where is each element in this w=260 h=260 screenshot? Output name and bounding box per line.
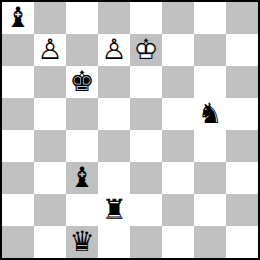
square-b6[interactable]	[34, 66, 66, 98]
square-e1[interactable]	[130, 226, 162, 258]
square-b8[interactable]	[34, 2, 66, 34]
square-f8[interactable]	[162, 2, 194, 34]
square-h6[interactable]	[226, 66, 258, 98]
square-a8[interactable]: ♝	[2, 2, 34, 34]
square-c3[interactable]: ♝	[66, 162, 98, 194]
square-c7[interactable]	[66, 34, 98, 66]
piece-black-king-icon[interactable]: ♚	[66, 66, 98, 98]
piece-black-knight-icon[interactable]: ♞	[194, 98, 226, 130]
square-h2[interactable]	[226, 194, 258, 226]
square-d5[interactable]	[98, 98, 130, 130]
square-b1[interactable]	[34, 226, 66, 258]
square-a7[interactable]	[2, 34, 34, 66]
square-h3[interactable]	[226, 162, 258, 194]
white-piece-outline-layer: ♙	[98, 34, 130, 66]
square-d7[interactable]: ♟♙	[98, 34, 130, 66]
square-g4[interactable]	[194, 130, 226, 162]
piece-black-bishop-icon[interactable]: ♝	[2, 2, 34, 34]
white-piece-outline-layer: ♙	[34, 34, 66, 66]
square-d1[interactable]	[98, 226, 130, 258]
piece-white-king-icon[interactable]: ♚♔	[130, 34, 162, 66]
piece-black-queen-icon[interactable]: ♛	[66, 226, 98, 258]
piece-white-pawn-icon[interactable]: ♟♙	[98, 34, 130, 66]
square-g2[interactable]	[194, 194, 226, 226]
square-f3[interactable]	[162, 162, 194, 194]
square-h7[interactable]	[226, 34, 258, 66]
square-g8[interactable]	[194, 2, 226, 34]
square-e3[interactable]	[130, 162, 162, 194]
square-h5[interactable]	[226, 98, 258, 130]
square-c2[interactable]	[66, 194, 98, 226]
square-e4[interactable]	[130, 130, 162, 162]
square-e8[interactable]	[130, 2, 162, 34]
square-f6[interactable]	[162, 66, 194, 98]
square-f7[interactable]	[162, 34, 194, 66]
square-c4[interactable]	[66, 130, 98, 162]
square-c5[interactable]	[66, 98, 98, 130]
square-a3[interactable]	[2, 162, 34, 194]
square-d3[interactable]	[98, 162, 130, 194]
square-e7[interactable]: ♚♔	[130, 34, 162, 66]
piece-white-pawn-icon[interactable]: ♟♙	[34, 34, 66, 66]
square-b3[interactable]	[34, 162, 66, 194]
square-d6[interactable]	[98, 66, 130, 98]
white-piece-outline-layer: ♔	[130, 34, 162, 66]
square-g1[interactable]	[194, 226, 226, 258]
square-d8[interactable]	[98, 2, 130, 34]
square-e5[interactable]	[130, 98, 162, 130]
square-g5[interactable]: ♞	[194, 98, 226, 130]
square-d4[interactable]	[98, 130, 130, 162]
square-a6[interactable]	[2, 66, 34, 98]
square-a5[interactable]	[2, 98, 34, 130]
square-g7[interactable]	[194, 34, 226, 66]
square-c1[interactable]: ♛	[66, 226, 98, 258]
piece-black-rook-icon[interactable]: ♜	[98, 194, 130, 226]
square-b4[interactable]	[34, 130, 66, 162]
square-f2[interactable]	[162, 194, 194, 226]
piece-black-bishop-icon[interactable]: ♝	[66, 162, 98, 194]
square-a4[interactable]	[2, 130, 34, 162]
square-b5[interactable]	[34, 98, 66, 130]
square-e6[interactable]	[130, 66, 162, 98]
square-f4[interactable]	[162, 130, 194, 162]
square-b7[interactable]: ♟♙	[34, 34, 66, 66]
square-e2[interactable]	[130, 194, 162, 226]
square-g3[interactable]	[194, 162, 226, 194]
square-g6[interactable]	[194, 66, 226, 98]
square-a2[interactable]	[2, 194, 34, 226]
square-c6[interactable]: ♚	[66, 66, 98, 98]
square-d2[interactable]: ♜	[98, 194, 130, 226]
chess-board: ♝♟♙♟♙♚♔♚♞♝♜♛	[0, 0, 260, 260]
square-h8[interactable]	[226, 2, 258, 34]
square-c8[interactable]	[66, 2, 98, 34]
square-h4[interactable]	[226, 130, 258, 162]
square-h1[interactable]	[226, 226, 258, 258]
square-f1[interactable]	[162, 226, 194, 258]
square-f5[interactable]	[162, 98, 194, 130]
square-b2[interactable]	[34, 194, 66, 226]
square-a1[interactable]	[2, 226, 34, 258]
